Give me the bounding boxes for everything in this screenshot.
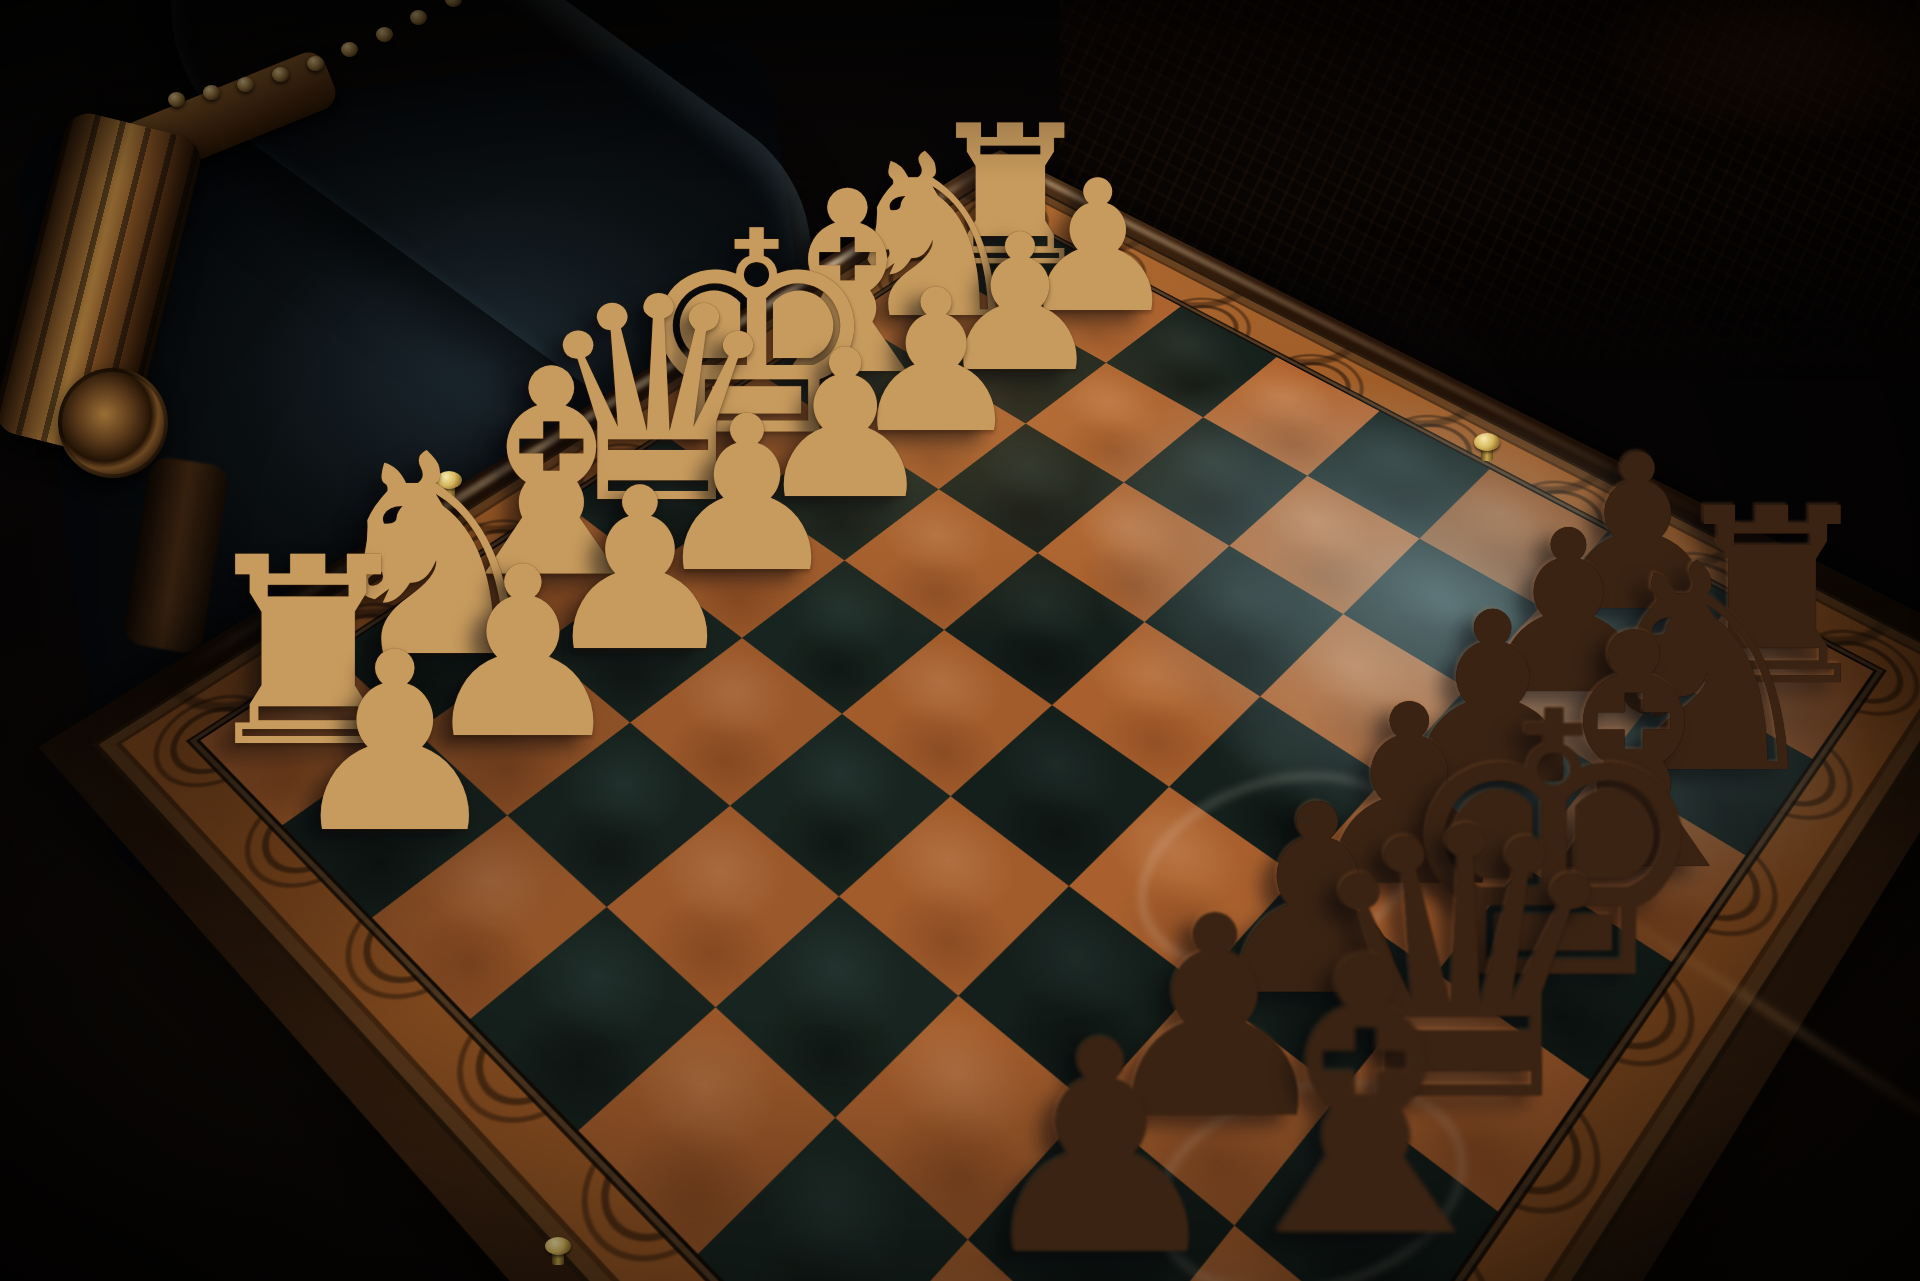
brass-pin-cap	[1474, 433, 1500, 451]
nailhead-stud	[307, 56, 324, 71]
white-pawn-a2[interactable]: ♟	[284, 621, 506, 868]
brass-pin-cap	[545, 1237, 571, 1255]
black-bishop-c8[interactable]: ♝	[1195, 909, 1538, 1281]
black-pawn-b7[interactable]: ♟	[970, 1003, 1233, 1281]
brass-pin	[1474, 433, 1500, 463]
scene: ♜♞♝♛♚♝♞♜♟♟♟♟♟♟♟♟♟♟♟♟♟♟♟♜♞♝♚♛♝	[0, 0, 1920, 1281]
nailhead-stud	[203, 85, 220, 100]
brass-pin	[545, 1237, 571, 1267]
nailhead-stud	[168, 92, 185, 107]
nailhead-stud	[237, 77, 254, 92]
chair-scroll-carving	[58, 368, 168, 478]
nailhead-stud	[376, 27, 393, 42]
